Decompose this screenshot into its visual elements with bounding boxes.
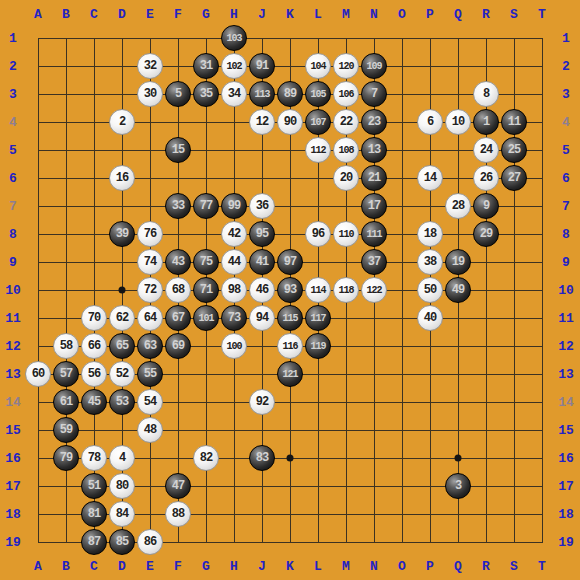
stone-move-68-F10: 68 <box>165 277 191 303</box>
stone-move-85-D19: 85 <box>109 529 135 555</box>
stone-move-64-E11: 64 <box>137 305 163 331</box>
stone-move-81-C18: 81 <box>81 501 107 527</box>
stone-move-77-G7: 77 <box>193 193 219 219</box>
coord-right-8: 8 <box>562 228 570 241</box>
stone-move-17-N7: 17 <box>361 193 387 219</box>
stone-move-6-P4: 6 <box>417 109 443 135</box>
stone-move-52-D13: 52 <box>109 361 135 387</box>
stone-move-110-M8: 110 <box>333 221 359 247</box>
coord-left-1: 1 <box>9 32 17 45</box>
stone-move-22-M4: 22 <box>333 109 359 135</box>
stone-move-90-K4: 90 <box>277 109 303 135</box>
stone-move-66-C12: 66 <box>81 333 107 359</box>
coord-top-C: C <box>90 8 98 21</box>
coord-top-H: H <box>230 8 238 21</box>
coord-top-G: G <box>202 8 210 21</box>
stone-move-25-S5: 25 <box>501 137 527 163</box>
grid-vline-O <box>402 38 403 543</box>
coord-bottom-S: S <box>510 560 518 573</box>
stone-move-75-G9: 75 <box>193 249 219 275</box>
coord-top-A: A <box>34 8 42 21</box>
stone-move-88-F18: 88 <box>165 501 191 527</box>
stone-move-80-D17: 80 <box>109 473 135 499</box>
stone-move-74-E9: 74 <box>137 249 163 275</box>
stone-move-32-E2: 32 <box>137 53 163 79</box>
stone-move-46-J10: 46 <box>249 277 275 303</box>
stone-move-101-G11: 101 <box>193 305 219 331</box>
stone-move-2-D4: 2 <box>109 109 135 135</box>
stone-move-23-N4: 23 <box>361 109 387 135</box>
stone-move-15-F5: 15 <box>165 137 191 163</box>
stone-move-59-B15: 59 <box>53 417 79 443</box>
stone-move-40-P11: 40 <box>417 305 443 331</box>
stone-move-67-F11: 67 <box>165 305 191 331</box>
stone-move-93-K10: 93 <box>277 277 303 303</box>
coord-bottom-L: L <box>314 560 322 573</box>
coord-bottom-J: J <box>258 560 266 573</box>
stone-move-117-L11: 117 <box>305 305 331 331</box>
stone-move-3-Q17: 3 <box>445 473 471 499</box>
stone-move-108-M5: 108 <box>333 137 359 163</box>
stone-move-30-E3: 30 <box>137 81 163 107</box>
coord-bottom-C: C <box>90 560 98 573</box>
stone-move-49-Q10: 49 <box>445 277 471 303</box>
stone-move-113-J3: 113 <box>249 81 275 107</box>
stone-move-62-D11: 62 <box>109 305 135 331</box>
stone-move-38-P9: 38 <box>417 249 443 275</box>
coord-right-13: 13 <box>558 368 574 381</box>
coord-top-N: N <box>370 8 378 21</box>
stone-move-116-K12: 116 <box>277 333 303 359</box>
coord-bottom-G: G <box>202 560 210 573</box>
stone-move-78-C16: 78 <box>81 445 107 471</box>
stone-move-103-H1: 103 <box>221 25 247 51</box>
stone-move-42-H8: 42 <box>221 221 247 247</box>
stone-move-118-M10: 118 <box>333 277 359 303</box>
coord-top-D: D <box>118 8 126 21</box>
stone-move-55-E13: 55 <box>137 361 163 387</box>
stone-move-65-D12: 65 <box>109 333 135 359</box>
coord-left-15: 15 <box>5 424 21 437</box>
coord-top-F: F <box>174 8 182 21</box>
stone-move-27-S6: 27 <box>501 165 527 191</box>
stone-move-115-K11: 115 <box>277 305 303 331</box>
stone-move-95-J8: 95 <box>249 221 275 247</box>
stone-move-106-M3: 106 <box>333 81 359 107</box>
stone-move-8-R3: 8 <box>473 81 499 107</box>
stone-move-60-A13: 60 <box>25 361 51 387</box>
stone-move-109-N2: 109 <box>361 53 387 79</box>
coord-right-17: 17 <box>558 480 574 493</box>
stone-move-111-N8: 111 <box>361 221 387 247</box>
coord-top-R: R <box>482 8 490 21</box>
stone-move-50-P10: 50 <box>417 277 443 303</box>
stone-move-102-H2: 102 <box>221 53 247 79</box>
stone-move-4-D16: 4 <box>109 445 135 471</box>
coord-left-16: 16 <box>5 452 21 465</box>
stone-move-76-E8: 76 <box>137 221 163 247</box>
coord-left-6: 6 <box>9 172 17 185</box>
coord-bottom-O: O <box>398 560 406 573</box>
coord-top-B: B <box>62 8 70 21</box>
coord-bottom-T: T <box>538 560 546 573</box>
stone-move-105-L3: 105 <box>305 81 331 107</box>
coord-right-16: 16 <box>558 452 574 465</box>
coord-top-Q: Q <box>454 8 462 21</box>
stone-move-10-Q4: 10 <box>445 109 471 135</box>
coord-top-T: T <box>538 8 546 21</box>
coord-right-15: 15 <box>558 424 574 437</box>
stone-move-58-B12: 58 <box>53 333 79 359</box>
coord-bottom-D: D <box>118 560 126 573</box>
stone-move-107-L4: 107 <box>305 109 331 135</box>
stone-move-29-R8: 29 <box>473 221 499 247</box>
stone-move-35-G3: 35 <box>193 81 219 107</box>
stone-move-89-K3: 89 <box>277 81 303 107</box>
stone-move-45-C14: 45 <box>81 389 107 415</box>
stone-move-70-C11: 70 <box>81 305 107 331</box>
coord-right-12: 12 <box>558 340 574 353</box>
stone-move-51-C17: 51 <box>81 473 107 499</box>
coord-left-17: 17 <box>5 480 21 493</box>
coord-left-8: 8 <box>9 228 17 241</box>
coord-bottom-F: F <box>174 560 182 573</box>
stone-move-39-D8: 39 <box>109 221 135 247</box>
grid-vline-T <box>542 38 543 543</box>
stone-move-14-P6: 14 <box>417 165 443 191</box>
stone-move-34-H3: 34 <box>221 81 247 107</box>
stone-move-16-D6: 16 <box>109 165 135 191</box>
stone-move-98-H10: 98 <box>221 277 247 303</box>
stone-move-56-C13: 56 <box>81 361 107 387</box>
stone-move-57-B13: 57 <box>53 361 79 387</box>
coord-right-2: 2 <box>562 60 570 73</box>
stone-move-87-C19: 87 <box>81 529 107 555</box>
coord-right-18: 18 <box>558 508 574 521</box>
coord-left-4: 4 <box>9 116 17 129</box>
coord-top-J: J <box>258 8 266 21</box>
stone-move-24-R5: 24 <box>473 137 499 163</box>
grid-hline-15 <box>38 430 543 431</box>
coord-right-10: 10 <box>558 284 574 297</box>
coord-top-L: L <box>314 8 322 21</box>
stone-move-11-S4: 11 <box>501 109 527 135</box>
stone-move-61-B14: 61 <box>53 389 79 415</box>
go-board[interactable]: AABBCCDDEEFFGGHHJJKKLLMMNNOOPPQQRRSSTT11… <box>0 0 580 580</box>
stone-move-96-L8: 96 <box>305 221 331 247</box>
coord-left-2: 2 <box>9 60 17 73</box>
stone-move-47-F17: 47 <box>165 473 191 499</box>
stone-move-91-J2: 91 <box>249 53 275 79</box>
coord-right-6: 6 <box>562 172 570 185</box>
stone-move-21-N6: 21 <box>361 165 387 191</box>
stone-move-48-E15: 48 <box>137 417 163 443</box>
coord-bottom-B: B <box>62 560 70 573</box>
stone-move-94-J11: 94 <box>249 305 275 331</box>
coord-left-5: 5 <box>9 144 17 157</box>
coord-right-7: 7 <box>562 200 570 213</box>
stone-move-43-F9: 43 <box>165 249 191 275</box>
coord-left-19: 19 <box>5 536 21 549</box>
coord-bottom-N: N <box>370 560 378 573</box>
stone-move-122-N10: 122 <box>361 277 387 303</box>
stone-move-12-J4: 12 <box>249 109 275 135</box>
coord-right-11: 11 <box>558 312 574 325</box>
stone-move-1-R4: 1 <box>473 109 499 135</box>
coord-left-3: 3 <box>9 88 17 101</box>
coord-bottom-H: H <box>230 560 238 573</box>
coord-left-18: 18 <box>5 508 21 521</box>
stone-move-9-R7: 9 <box>473 193 499 219</box>
stone-move-31-G2: 31 <box>193 53 219 79</box>
coord-right-5: 5 <box>562 144 570 157</box>
coord-top-M: M <box>342 8 350 21</box>
stone-move-112-L5: 112 <box>305 137 331 163</box>
stone-move-53-D14: 53 <box>109 389 135 415</box>
stone-move-37-N9: 37 <box>361 249 387 275</box>
coord-top-O: O <box>398 8 406 21</box>
stone-move-71-G10: 71 <box>193 277 219 303</box>
stone-move-13-N5: 13 <box>361 137 387 163</box>
stone-move-73-H11: 73 <box>221 305 247 331</box>
coord-right-3: 3 <box>562 88 570 101</box>
stone-move-26-R6: 26 <box>473 165 499 191</box>
stone-move-28-Q7: 28 <box>445 193 471 219</box>
stone-move-44-H9: 44 <box>221 249 247 275</box>
stone-move-84-D18: 84 <box>109 501 135 527</box>
stone-move-19-Q9: 19 <box>445 249 471 275</box>
coord-top-S: S <box>510 8 518 21</box>
stone-move-82-G16: 82 <box>193 445 219 471</box>
coord-top-E: E <box>146 8 154 21</box>
stone-move-97-K9: 97 <box>277 249 303 275</box>
stone-move-63-E12: 63 <box>137 333 163 359</box>
stone-move-99-H7: 99 <box>221 193 247 219</box>
coord-bottom-K: K <box>286 560 294 573</box>
stone-move-33-F7: 33 <box>165 193 191 219</box>
stone-move-69-F12: 69 <box>165 333 191 359</box>
stone-move-120-M2: 120 <box>333 53 359 79</box>
stone-move-72-E10: 72 <box>137 277 163 303</box>
coord-bottom-Q: Q <box>454 560 462 573</box>
coord-left-9: 9 <box>9 256 17 269</box>
stone-move-41-J9: 41 <box>249 249 275 275</box>
stone-move-36-J7: 36 <box>249 193 275 219</box>
coord-right-19: 19 <box>558 536 574 549</box>
stone-move-119-L12: 119 <box>305 333 331 359</box>
stone-move-83-J16: 83 <box>249 445 275 471</box>
coord-right-1: 1 <box>562 32 570 45</box>
coord-left-12: 12 <box>5 340 21 353</box>
stone-move-104-L2: 104 <box>305 53 331 79</box>
stone-move-54-E14: 54 <box>137 389 163 415</box>
hoshi-Q16 <box>455 455 462 462</box>
coord-left-7: 7 <box>9 200 17 213</box>
coord-left-14: 14 <box>5 396 21 409</box>
stone-move-18-P8: 18 <box>417 221 443 247</box>
hoshi-K16 <box>287 455 294 462</box>
stone-move-7-N3: 7 <box>361 81 387 107</box>
coord-left-11: 11 <box>5 312 21 325</box>
coord-right-14: 14 <box>558 396 574 409</box>
coord-bottom-M: M <box>342 560 350 573</box>
coord-right-9: 9 <box>562 256 570 269</box>
stone-move-5-F3: 5 <box>165 81 191 107</box>
coord-left-10: 10 <box>5 284 21 297</box>
coord-bottom-P: P <box>426 560 434 573</box>
coord-top-K: K <box>286 8 294 21</box>
go-kifu-screen: AABBCCDDEEFFGGHHJJKKLLMMNNOOPPQQRRSSTT11… <box>0 0 580 580</box>
coord-left-13: 13 <box>5 368 21 381</box>
stone-move-92-J14: 92 <box>249 389 275 415</box>
coord-bottom-A: A <box>34 560 42 573</box>
stone-move-79-B16: 79 <box>53 445 79 471</box>
stone-move-114-L10: 114 <box>305 277 331 303</box>
coord-bottom-R: R <box>482 560 490 573</box>
stone-move-86-E19: 86 <box>137 529 163 555</box>
stone-move-100-H12: 100 <box>221 333 247 359</box>
coord-bottom-E: E <box>146 560 154 573</box>
stone-move-20-M6: 20 <box>333 165 359 191</box>
coord-right-4: 4 <box>562 116 570 129</box>
hoshi-D10 <box>119 287 126 294</box>
coord-top-P: P <box>426 8 434 21</box>
stone-move-121-K13: 121 <box>277 361 303 387</box>
